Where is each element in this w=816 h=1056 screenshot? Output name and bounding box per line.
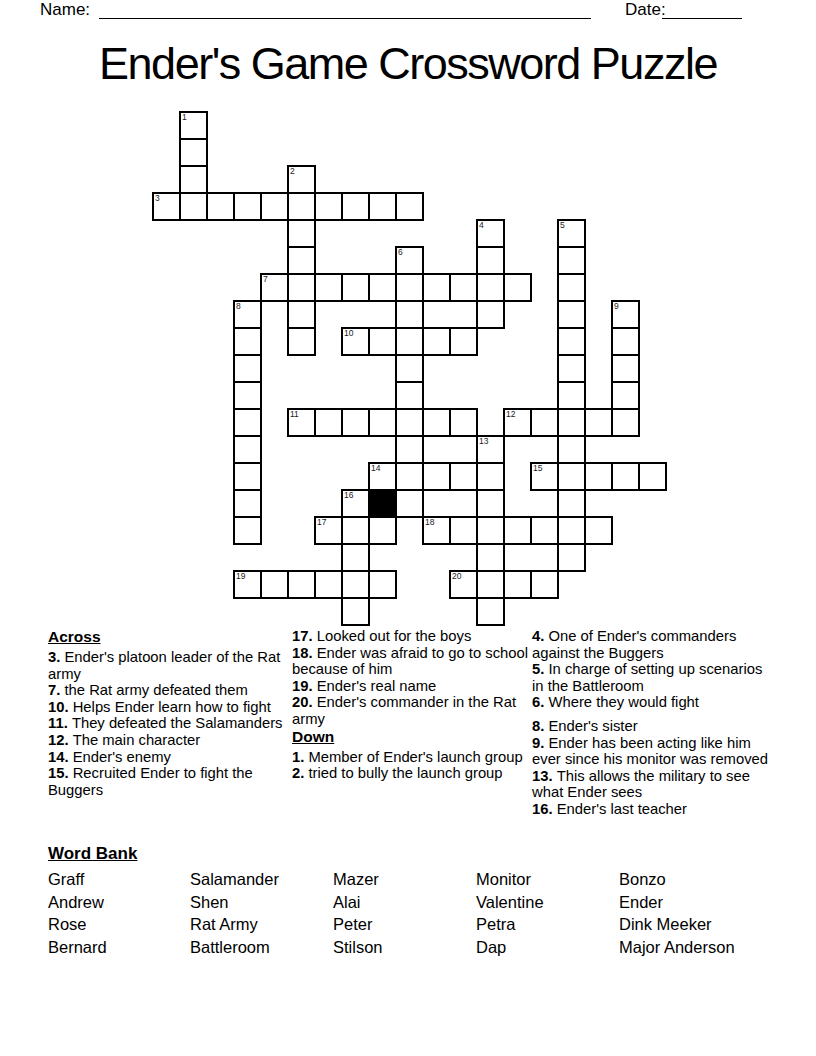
- grid-cell[interactable]: 6: [395, 246, 424, 275]
- clue-column-2: 17. Looked out for the boys18. Ender was…: [292, 628, 530, 782]
- word-bank-column-3: MazerAlaiPeterStilson: [333, 868, 383, 958]
- grid-cell[interactable]: 19: [233, 570, 262, 599]
- clue-number: 11: [290, 410, 299, 419]
- clue-down-9: 9. Ender has been acting like him ever s…: [532, 735, 776, 768]
- grid-cell[interactable]: [503, 273, 532, 302]
- clue-across-14: 14. Ender's enemy: [48, 749, 286, 766]
- grid-cell[interactable]: [638, 462, 667, 491]
- grid-cell[interactable]: 15: [530, 462, 559, 491]
- grid-cell[interactable]: [287, 219, 316, 248]
- clue-down-2: 2. tried to bully the launch group: [292, 765, 530, 782]
- grid-cell[interactable]: 8: [233, 300, 262, 329]
- word-bank-column-5: BonzoEnderDink MeekerMajor Anderson: [619, 868, 735, 958]
- word-bank-item: Stilson: [333, 936, 383, 959]
- grid-cell[interactable]: 1: [179, 111, 208, 140]
- grid-cell[interactable]: [530, 516, 559, 545]
- clue-across-20: 20. Ender's commander in the Rat army: [292, 694, 530, 727]
- grid-cell[interactable]: [530, 408, 559, 437]
- grid-cell[interactable]: [557, 381, 586, 410]
- clue-down-8: 8. Ender's sister: [532, 718, 776, 735]
- clue-down-13: 13. This allows the military to see what…: [532, 768, 776, 801]
- word-bank-item: Rose: [48, 913, 107, 936]
- clue-down-4: 4. One of Ender's commanders against the…: [532, 628, 776, 661]
- grid-cell[interactable]: [233, 462, 262, 491]
- clue-number: 18: [425, 518, 434, 527]
- grid-cell[interactable]: [557, 327, 586, 356]
- word-bank-item: Bonzo: [619, 868, 735, 891]
- grid-cell[interactable]: [476, 570, 505, 599]
- grid-cell[interactable]: 11: [287, 408, 316, 437]
- grid-cell[interactable]: [476, 489, 505, 518]
- grid-cell[interactable]: [557, 273, 586, 302]
- grid-cell[interactable]: [422, 462, 451, 491]
- clue-column-1: Across3. Ender's platoon leader of the R…: [48, 628, 286, 798]
- grid-cell[interactable]: [368, 570, 397, 599]
- word-bank-item: Monitor: [476, 868, 544, 891]
- clue-down-1: 1. Member of Ender's launch group: [292, 749, 530, 766]
- word-bank-column-2: SalamanderShenRat ArmyBattleroom: [190, 868, 279, 958]
- grid-cell[interactable]: 2: [287, 165, 316, 194]
- page-title: Ender's Game Crossword Puzzle: [0, 38, 816, 90]
- grid-cell[interactable]: [503, 516, 532, 545]
- grid-cell[interactable]: [476, 543, 505, 572]
- grid-cell[interactable]: [530, 570, 559, 599]
- clue-across-7: 7. the Rat army defeated them: [48, 682, 286, 699]
- grid-cell[interactable]: [557, 246, 586, 275]
- clue-across-3: 3. Ender's platoon leader of the Rat arm…: [48, 649, 286, 682]
- clue-number: 19: [236, 572, 245, 581]
- name-label: Name:: [40, 0, 90, 20]
- clue-across-11: 11. They defeated the Salamanders: [48, 715, 286, 732]
- grid-cell[interactable]: [611, 354, 640, 383]
- clue-down-5: 5. In charge of setting up scenarios in …: [532, 661, 776, 694]
- word-bank-item: Shen: [190, 891, 279, 914]
- grid-cell[interactable]: [233, 327, 262, 356]
- grid-cell[interactable]: 4: [476, 219, 505, 248]
- grid-cell[interactable]: [557, 435, 586, 464]
- clue-number: 5: [560, 221, 565, 230]
- word-bank-item: Peter: [333, 913, 383, 936]
- word-bank-item: Petra: [476, 913, 544, 936]
- grid-cell[interactable]: [557, 489, 586, 518]
- clue-number: 1: [182, 113, 187, 122]
- grid-cell[interactable]: [287, 327, 316, 356]
- word-bank-column-4: MonitorValentinePetraDap: [476, 868, 544, 958]
- grid-cell[interactable]: [233, 354, 262, 383]
- clue-number: 14: [371, 464, 380, 473]
- grid-cell[interactable]: [341, 597, 370, 626]
- grid-cell[interactable]: [233, 381, 262, 410]
- clue-across-12: 12. The main character: [48, 732, 286, 749]
- grid-cell[interactable]: 16: [341, 489, 370, 518]
- grid-cell[interactable]: [233, 435, 262, 464]
- grid-cell[interactable]: [449, 273, 478, 302]
- grid-cell[interactable]: [287, 246, 316, 275]
- grid-cell[interactable]: 18: [422, 516, 451, 545]
- grid-cell[interactable]: [341, 408, 370, 437]
- grid-cell[interactable]: [611, 462, 640, 491]
- grid-cell[interactable]: 17: [314, 516, 343, 545]
- grid-cell[interactable]: [341, 543, 370, 572]
- word-bank-item: Salamander: [190, 868, 279, 891]
- grid-cell[interactable]: [449, 516, 478, 545]
- clue-number: 8: [236, 302, 241, 311]
- grid-cell[interactable]: [611, 381, 640, 410]
- grid-cell[interactable]: [233, 192, 262, 221]
- clue-number: 4: [479, 221, 484, 230]
- grid-cell[interactable]: [179, 165, 208, 194]
- grid-cell[interactable]: 7: [260, 273, 289, 302]
- clue-across-19: 19. Ender's real name: [292, 678, 530, 695]
- grid-cell[interactable]: [611, 327, 640, 356]
- clue-number: 9: [614, 302, 619, 311]
- word-bank-item: Valentine: [476, 891, 544, 914]
- clue-number: 15: [533, 464, 542, 473]
- clue-number: 3: [155, 194, 160, 203]
- grid-cell[interactable]: [368, 273, 397, 302]
- grid-cell-black: [368, 489, 397, 518]
- clue-number: 7: [263, 275, 268, 284]
- word-bank-item: Major Anderson: [619, 936, 735, 959]
- grid-cell[interactable]: [341, 273, 370, 302]
- clue-down-16: 16. Ender's last teacher: [532, 801, 776, 818]
- grid-cell[interactable]: [557, 543, 586, 572]
- grid-cell[interactable]: [368, 408, 397, 437]
- word-bank-column-1: GraffAndrewRoseBernard: [48, 868, 107, 958]
- grid-cell[interactable]: 20: [449, 570, 478, 599]
- grid-cell[interactable]: [287, 273, 316, 302]
- word-bank-item: Andrew: [48, 891, 107, 914]
- word-bank-item: Ender: [619, 891, 735, 914]
- grid-cell[interactable]: [557, 354, 586, 383]
- grid-cell[interactable]: [287, 300, 316, 329]
- grid-cell[interactable]: [341, 192, 370, 221]
- grid-cell[interactable]: [584, 516, 613, 545]
- grid-cell[interactable]: [476, 516, 505, 545]
- grid-cell[interactable]: [368, 192, 397, 221]
- grid-cell[interactable]: [449, 408, 478, 437]
- clue-number: 6: [398, 248, 403, 257]
- word-bank-item: Battleroom: [190, 936, 279, 959]
- grid-cell[interactable]: [422, 408, 451, 437]
- word-bank-item: Mazer: [333, 868, 383, 891]
- word-bank-item: Alai: [333, 891, 383, 914]
- clue-number: 12: [506, 410, 515, 419]
- grid-cell[interactable]: 3: [152, 192, 181, 221]
- grid-cell[interactable]: [557, 516, 586, 545]
- grid-cell[interactable]: [287, 192, 316, 221]
- grid-cell[interactable]: [557, 462, 586, 491]
- clue-number: 16: [344, 491, 353, 500]
- grid-cell[interactable]: 12: [503, 408, 532, 437]
- grid-cell[interactable]: [611, 408, 640, 437]
- grid-cell[interactable]: 5: [557, 219, 586, 248]
- grid-cell[interactable]: [206, 192, 235, 221]
- grid-cell[interactable]: [422, 273, 451, 302]
- grid-cell[interactable]: [476, 273, 505, 302]
- date-label: Date:: [625, 0, 666, 20]
- grid-cell[interactable]: [395, 408, 424, 437]
- grid-cell[interactable]: [368, 516, 397, 545]
- clue-across-18: 18. Ender was afraid to go to school bec…: [292, 645, 530, 678]
- down-heading: Down: [292, 728, 530, 746]
- grid-cell[interactable]: 13: [476, 435, 505, 464]
- name-blank-line[interactable]: [99, 18, 591, 19]
- grid-cell[interactable]: [314, 570, 343, 599]
- word-bank-item: Graff: [48, 868, 107, 891]
- grid-cell[interactable]: [341, 570, 370, 599]
- grid-cell[interactable]: [557, 408, 586, 437]
- clue-number: 17: [317, 518, 326, 527]
- grid-cell[interactable]: [368, 327, 397, 356]
- clue-across-10: 10. Helps Ender learn how to fight: [48, 699, 286, 716]
- grid-cell[interactable]: [395, 354, 424, 383]
- grid-cell[interactable]: [449, 327, 478, 356]
- grid-cell[interactable]: [476, 462, 505, 491]
- clue-across-17: 17. Looked out for the boys: [292, 628, 530, 645]
- grid-cell[interactable]: [314, 273, 343, 302]
- grid-cell[interactable]: [395, 192, 424, 221]
- grid-cell[interactable]: [179, 192, 208, 221]
- grid-cell[interactable]: [584, 462, 613, 491]
- clue-down-6: 6. Where they would fight: [532, 694, 776, 711]
- grid-cell[interactable]: 10: [341, 327, 370, 356]
- grid-cell[interactable]: [476, 246, 505, 275]
- clue-number: 10: [344, 329, 353, 338]
- grid-cell[interactable]: [314, 408, 343, 437]
- clue-across-15: 15. Recruited Ender to fight the Buggers: [48, 765, 286, 798]
- grid-cell[interactable]: [422, 327, 451, 356]
- grid-cell[interactable]: [395, 462, 424, 491]
- crossword-grid: 1234567891011121314151617181920: [152, 111, 668, 627]
- grid-cell[interactable]: [233, 408, 262, 437]
- grid-cell[interactable]: 14: [368, 462, 397, 491]
- date-blank-line[interactable]: [662, 18, 742, 19]
- word-bank-item: Dap: [476, 936, 544, 959]
- grid-cell[interactable]: [287, 570, 316, 599]
- grid-cell[interactable]: [449, 462, 478, 491]
- grid-cell[interactable]: [260, 570, 289, 599]
- word-bank-item: Dink Meeker: [619, 913, 735, 936]
- grid-cell[interactable]: [260, 192, 289, 221]
- grid-cell[interactable]: [476, 300, 505, 329]
- grid-cell[interactable]: [314, 192, 343, 221]
- grid-cell[interactable]: 9: [611, 300, 640, 329]
- grid-cell[interactable]: [179, 138, 208, 167]
- grid-cell[interactable]: [341, 516, 370, 545]
- grid-cell[interactable]: [395, 381, 424, 410]
- word-bank-item: Bernard: [48, 936, 107, 959]
- grid-cell[interactable]: [395, 435, 424, 464]
- clue-column-3: 4. One of Ender's commanders against the…: [532, 628, 776, 818]
- across-heading: Across: [48, 628, 286, 646]
- clue-number: 20: [452, 572, 461, 581]
- grid-cell[interactable]: [395, 273, 424, 302]
- grid-cell[interactable]: [395, 489, 424, 518]
- clue-number: 2: [290, 167, 295, 176]
- grid-cell[interactable]: [395, 300, 424, 329]
- word-bank-heading: Word Bank: [48, 844, 137, 864]
- grid-cell[interactable]: [233, 516, 262, 545]
- grid-cell[interactable]: [476, 597, 505, 626]
- clue-number: 13: [479, 437, 488, 446]
- grid-cell[interactable]: [557, 300, 586, 329]
- grid-cell[interactable]: [584, 408, 613, 437]
- word-bank-item: Rat Army: [190, 913, 279, 936]
- grid-cell[interactable]: [395, 327, 424, 356]
- grid-cell[interactable]: [503, 570, 532, 599]
- grid-cell[interactable]: [233, 489, 262, 518]
